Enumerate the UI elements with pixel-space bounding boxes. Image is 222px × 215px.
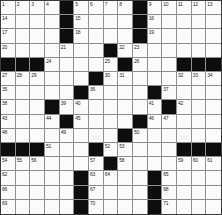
cell-r12c12[interactable] [162, 157, 177, 171]
cell-r11c11[interactable] [148, 143, 163, 157]
cell-r3c15[interactable] [206, 29, 221, 43]
cell-r3c9[interactable] [118, 29, 133, 43]
cell-number: 40 [75, 100, 80, 106]
cell-r2c6[interactable]: 15 [74, 15, 89, 29]
cell-r1c1[interactable]: 1 [1, 1, 16, 15]
cell-r11c15-block [206, 143, 221, 157]
cell-r8c4-block [45, 100, 60, 114]
cell-number: 34 [207, 72, 212, 78]
cell-r1c14[interactable]: 12 [192, 1, 207, 15]
cell-r3c12[interactable] [162, 29, 177, 43]
cell-r10c1[interactable]: 48 [1, 129, 16, 143]
cell-r8c2[interactable] [16, 100, 31, 114]
cell-number: 32 [178, 72, 183, 78]
cell-r12c14[interactable]: 60 [192, 157, 207, 171]
cell-r3c13[interactable] [177, 29, 192, 43]
cell-r14c6-block [74, 186, 89, 200]
cell-r2c11[interactable]: 16 [148, 15, 163, 29]
cell-r8c8[interactable] [104, 100, 119, 114]
cell-r11c2-block [16, 143, 31, 157]
cell-r8c15[interactable] [206, 100, 221, 114]
cell-number: 43 [2, 115, 7, 121]
cell-r4c3[interactable] [30, 44, 45, 58]
cell-r3c6[interactable]: 18 [74, 29, 89, 43]
cell-r14c8[interactable] [104, 186, 119, 200]
cell-r15c6-block [74, 200, 89, 214]
cell-r9c7[interactable] [89, 115, 104, 129]
cell-r9c8[interactable] [104, 115, 119, 129]
cell-r14c9[interactable] [118, 186, 133, 200]
cell-r11c3-block [30, 143, 45, 157]
cell-r14c14[interactable] [192, 186, 207, 200]
cell-r4c6[interactable] [74, 44, 89, 58]
cell-r7c13[interactable] [177, 86, 192, 100]
cell-number: 3 [31, 1, 33, 7]
cell-number: 8 [119, 1, 121, 7]
cell-number: 15 [75, 15, 80, 21]
cell-number: 46 [149, 115, 154, 121]
cell-r2c5-block [60, 15, 75, 29]
cell-r13c2[interactable] [16, 171, 31, 185]
cell-r15c10[interactable] [133, 200, 148, 214]
cell-r15c12[interactable]: 71 [162, 200, 177, 214]
cell-r6c1[interactable]: 27 [1, 72, 16, 86]
cell-r15c15[interactable] [206, 200, 221, 214]
cell-r10c6[interactable] [74, 129, 89, 143]
cell-number: 33 [193, 72, 198, 78]
cell-r10c7[interactable] [89, 129, 104, 143]
cell-r1c9[interactable]: 8 [118, 1, 133, 15]
cell-r10c14[interactable] [192, 129, 207, 143]
cell-r1c12[interactable]: 10 [162, 1, 177, 15]
cell-r2c12[interactable] [162, 15, 177, 29]
cell-number: 71 [163, 200, 168, 206]
cell-r8c7[interactable] [89, 100, 104, 114]
cell-r8c3[interactable] [30, 100, 45, 114]
cell-number: 55 [17, 157, 22, 163]
cell-r2c7[interactable] [89, 15, 104, 29]
cell-r15c5[interactable] [60, 200, 75, 214]
cell-number: 64 [105, 171, 110, 177]
cell-number: 52 [105, 143, 110, 149]
cell-r8c14[interactable] [192, 100, 207, 114]
cell-number: 62 [2, 171, 7, 177]
cell-r9c10-block [133, 115, 148, 129]
cell-r15c8[interactable] [104, 200, 119, 214]
crossword-puzzle: 1234567891011121314151617181920212223242… [0, 0, 222, 215]
cell-number: 63 [90, 171, 95, 177]
cell-r4c4[interactable] [45, 44, 60, 58]
cell-r14c11-block [148, 186, 163, 200]
cell-r9c3[interactable] [30, 115, 45, 129]
cell-r13c10[interactable] [133, 171, 148, 185]
cell-r3c10-block [133, 29, 148, 43]
cell-r12c7[interactable]: 57 [89, 157, 104, 171]
cell-r15c3[interactable] [30, 200, 45, 214]
cell-r12c4[interactable] [45, 157, 60, 171]
cell-r9c4[interactable]: 44 [45, 115, 60, 129]
cell-r14c1[interactable]: 66 [1, 186, 16, 200]
cell-r3c8[interactable] [104, 29, 119, 43]
cell-r7c7[interactable]: 36 [89, 86, 104, 100]
cell-r2c3[interactable] [30, 15, 45, 29]
cell-number: 21 [61, 44, 66, 50]
cell-r1c3[interactable]: 3 [30, 1, 45, 15]
cell-r14c4[interactable] [45, 186, 60, 200]
cell-r12c9[interactable]: 58 [118, 157, 133, 171]
cell-r3c7[interactable] [89, 29, 104, 43]
cell-r11c10[interactable] [133, 143, 148, 157]
cell-number: 68 [163, 186, 168, 192]
cell-r13c8[interactable]: 64 [104, 171, 119, 185]
cell-r10c5[interactable]: 49 [60, 129, 75, 143]
cell-r10c8[interactable] [104, 129, 119, 143]
cell-number: 47 [163, 115, 168, 121]
cell-r9c12[interactable]: 47 [162, 115, 177, 129]
cell-r2c2[interactable] [16, 15, 31, 29]
cell-r5c11[interactable] [148, 58, 163, 72]
cell-r1c10-block [133, 1, 148, 15]
cell-r1c11[interactable]: 9 [148, 1, 163, 15]
cell-r8c12-block [162, 100, 177, 114]
cell-r12c2[interactable]: 55 [16, 157, 31, 171]
cell-r2c13[interactable] [177, 15, 192, 29]
cell-r5c4[interactable]: 24 [45, 58, 60, 72]
cell-r8c11[interactable]: 41 [148, 100, 163, 114]
cell-number: 14 [2, 15, 7, 21]
cell-r13c12[interactable]: 65 [162, 171, 177, 185]
cell-number: 35 [2, 86, 7, 92]
cell-number: 50 [134, 129, 139, 135]
cell-r13c14[interactable] [192, 171, 207, 185]
cell-number: 17 [2, 29, 7, 35]
cell-number: 59 [178, 157, 183, 163]
cell-r14c7[interactable]: 67 [89, 186, 104, 200]
cell-number: 9 [149, 1, 151, 7]
cell-r3c11[interactable]: 19 [148, 29, 163, 43]
cell-r9c9[interactable] [118, 115, 133, 129]
cell-r15c2[interactable] [16, 200, 31, 214]
cell-r4c5[interactable]: 21 [60, 44, 75, 58]
cell-r5c13-block [177, 58, 192, 72]
cell-r5c12[interactable] [162, 58, 177, 72]
cell-r5c7[interactable] [89, 58, 104, 72]
cell-number: 70 [90, 200, 95, 206]
cell-r10c2[interactable] [16, 129, 31, 143]
cell-r6c9[interactable]: 31 [118, 72, 133, 86]
cell-number: 2 [17, 1, 19, 7]
cell-r7c6-block [74, 86, 89, 100]
cell-r2c1[interactable]: 14 [1, 15, 16, 29]
cell-r15c9[interactable] [118, 200, 133, 214]
cell-number: 31 [119, 72, 124, 78]
cell-r7c10[interactable] [133, 86, 148, 100]
cell-number: 69 [2, 200, 7, 206]
cell-r9c14[interactable] [192, 115, 207, 129]
cell-r5c8[interactable]: 25 [104, 58, 119, 72]
cell-number: 20 [2, 44, 7, 50]
cell-r5c15-block [206, 58, 221, 72]
cell-r12c15[interactable]: 61 [206, 157, 221, 171]
cell-number: 48 [2, 129, 7, 135]
cell-r12c8-block [104, 157, 119, 171]
cell-r9c15[interactable] [206, 115, 221, 129]
cell-r1c6[interactable]: 5 [74, 1, 89, 15]
cell-r7c4[interactable] [45, 86, 60, 100]
cell-r11c12[interactable] [162, 143, 177, 157]
cell-number: 51 [46, 143, 51, 149]
cell-number: 36 [90, 86, 95, 92]
cell-r11c13-block [177, 143, 192, 157]
cell-r15c11-block [148, 200, 163, 214]
cell-r4c2[interactable] [16, 44, 31, 58]
cell-r4c11[interactable] [148, 44, 163, 58]
cell-r7c3[interactable] [30, 86, 45, 100]
cell-r7c1[interactable]: 35 [1, 86, 16, 100]
cell-r3c3[interactable] [30, 29, 45, 43]
cell-r1c7[interactable]: 6 [89, 1, 104, 15]
cell-r4c7[interactable] [89, 44, 104, 58]
cell-r1c5-block [60, 1, 75, 15]
cell-number: 65 [163, 171, 168, 177]
cell-r14c13[interactable] [177, 186, 192, 200]
cell-number: 29 [31, 72, 36, 78]
cell-r15c13[interactable] [177, 200, 192, 214]
cell-r3c1[interactable]: 17 [1, 29, 16, 43]
cell-r4c9[interactable]: 22 [118, 44, 133, 58]
cell-r15c1[interactable]: 69 [1, 200, 16, 214]
cell-r12c5[interactable] [60, 157, 75, 171]
cell-r14c2[interactable] [16, 186, 31, 200]
cell-r5c10[interactable]: 26 [133, 58, 148, 72]
cell-r6c12[interactable] [162, 72, 177, 86]
cell-r6c3[interactable]: 29 [30, 72, 45, 86]
cell-r12c1[interactable]: 54 [1, 157, 16, 171]
cell-number: 41 [149, 100, 154, 106]
cell-r10c3[interactable] [30, 129, 45, 143]
cell-r11c8[interactable]: 52 [104, 143, 119, 157]
cell-r6c11[interactable] [148, 72, 163, 86]
cell-r14c10[interactable] [133, 186, 148, 200]
cell-r13c4[interactable] [45, 171, 60, 185]
cell-number: 11 [178, 1, 183, 7]
cell-r2c10-block [133, 15, 148, 29]
cell-r12c11[interactable] [148, 157, 163, 171]
cell-r6c13[interactable]: 32 [177, 72, 192, 86]
cell-number: 12 [193, 1, 198, 7]
cell-number: 4 [46, 1, 48, 7]
cell-r14c5[interactable] [60, 186, 75, 200]
cell-r9c2[interactable] [16, 115, 31, 129]
cell-r6c5[interactable] [60, 72, 75, 86]
cell-r8c6[interactable]: 40 [74, 100, 89, 114]
cell-r15c7[interactable]: 70 [89, 200, 104, 214]
cell-r1c13[interactable]: 11 [177, 1, 192, 15]
cell-number: 24 [46, 58, 51, 64]
cell-number: 18 [75, 29, 80, 35]
cell-r3c14[interactable] [192, 29, 207, 43]
cell-number: 61 [207, 157, 212, 163]
cell-r5c5[interactable] [60, 58, 75, 72]
cell-number: 54 [2, 157, 7, 163]
cell-r13c15[interactable] [206, 171, 221, 185]
cell-r10c10[interactable]: 50 [133, 129, 148, 143]
cell-r13c13[interactable] [177, 171, 192, 185]
cell-r10c15[interactable] [206, 129, 221, 143]
cell-r11c7-block [89, 143, 104, 157]
cell-r7c15[interactable] [206, 86, 221, 100]
cell-number: 60 [193, 157, 198, 163]
cell-number: 39 [61, 100, 66, 106]
cell-number: 6 [90, 1, 92, 7]
cell-r10c12[interactable] [162, 129, 177, 143]
cell-r12c13[interactable]: 59 [177, 157, 192, 171]
cell-number: 23 [134, 44, 139, 50]
cell-number: 42 [178, 100, 183, 106]
cell-number: 67 [90, 186, 95, 192]
cell-r7c8[interactable] [104, 86, 119, 100]
cell-r4c8-block [104, 44, 119, 58]
cell-r7c11-block [148, 86, 163, 100]
cell-r5c9-block [118, 58, 133, 72]
cell-r1c15[interactable]: 13 [206, 1, 221, 15]
cell-number: 13 [207, 1, 212, 7]
cell-number: 45 [75, 115, 80, 121]
cell-number: 56 [31, 157, 36, 163]
cell-r4c13[interactable] [177, 44, 192, 58]
cell-r4c1[interactable]: 20 [1, 44, 16, 58]
cell-number: 53 [119, 143, 124, 149]
cell-number: 44 [46, 115, 51, 121]
cell-r4c12[interactable] [162, 44, 177, 58]
cell-r9c13[interactable] [177, 115, 192, 129]
cell-r8c13[interactable]: 42 [177, 100, 192, 114]
cell-r6c8[interactable]: 30 [104, 72, 119, 86]
cell-r13c6-block [74, 171, 89, 185]
cell-number: 37 [163, 86, 168, 92]
cell-r13c7[interactable]: 63 [89, 171, 104, 185]
cell-r14c3[interactable] [30, 186, 45, 200]
cell-number: 49 [61, 129, 66, 135]
cell-r13c3[interactable] [30, 171, 45, 185]
cell-r3c5-block [60, 29, 75, 43]
crossword-grid: 1234567891011121314151617181920212223242… [0, 0, 222, 215]
cell-number: 5 [75, 1, 77, 7]
cell-number: 22 [119, 44, 124, 50]
cell-r9c11[interactable]: 46 [148, 115, 163, 129]
cell-r6c4[interactable] [45, 72, 60, 86]
cell-number: 25 [105, 58, 110, 64]
cell-number: 16 [149, 15, 154, 21]
cell-r5c14-block [192, 58, 207, 72]
cell-r9c1[interactable]: 43 [1, 115, 16, 129]
cell-r11c14-block [192, 143, 207, 157]
cell-r6c7-block [89, 72, 104, 86]
cell-r2c9[interactable] [118, 15, 133, 29]
cell-r13c9[interactable] [118, 171, 133, 185]
cell-number: 66 [2, 186, 7, 192]
cell-r9c5-block [60, 115, 75, 129]
cell-r10c11[interactable] [148, 129, 163, 143]
cell-r13c5[interactable] [60, 171, 75, 185]
cell-r7c5[interactable] [60, 86, 75, 100]
cell-r8c1[interactable]: 38 [1, 100, 16, 114]
cell-r8c9[interactable] [118, 100, 133, 114]
cell-r2c8[interactable] [104, 15, 119, 29]
cell-number: 7 [105, 1, 107, 7]
cell-r7c9[interactable] [118, 86, 133, 100]
cell-number: 19 [149, 29, 154, 35]
cell-r6c15[interactable]: 34 [206, 72, 221, 86]
cell-r2c14[interactable] [192, 15, 207, 29]
cell-r10c13[interactable] [177, 129, 192, 143]
cell-number: 1 [2, 1, 4, 7]
cell-r3c4[interactable] [45, 29, 60, 43]
cell-r3c2[interactable] [16, 29, 31, 43]
cell-r6c2[interactable]: 28 [16, 72, 31, 86]
cell-r5c1-block [1, 58, 16, 72]
cell-r11c9[interactable]: 53 [118, 143, 133, 157]
cell-number: 27 [2, 72, 7, 78]
cell-r7c12[interactable]: 37 [162, 86, 177, 100]
cell-r2c4[interactable] [45, 15, 60, 29]
cell-r12c6[interactable] [74, 157, 89, 171]
cell-r6c6[interactable] [74, 72, 89, 86]
cell-r13c11-block [148, 171, 163, 185]
cell-r4c10[interactable]: 23 [133, 44, 148, 58]
cell-r7c14[interactable] [192, 86, 207, 100]
cell-r13c1[interactable]: 62 [1, 171, 16, 185]
cell-number: 30 [105, 72, 110, 78]
cell-r4c14[interactable] [192, 44, 207, 58]
cell-r15c14[interactable] [192, 200, 207, 214]
cell-number: 58 [119, 157, 124, 163]
cell-r2c15[interactable] [206, 15, 221, 29]
cell-number: 38 [2, 100, 7, 106]
cell-r10c9-block [118, 129, 133, 143]
cell-r8c10[interactable] [133, 100, 148, 114]
cell-r6c14[interactable]: 33 [192, 72, 207, 86]
cell-number: 57 [90, 157, 95, 163]
cell-r5c3-block [30, 58, 45, 72]
cell-r10c4[interactable] [45, 129, 60, 143]
cell-r14c15[interactable] [206, 186, 221, 200]
cell-r6c10[interactable] [133, 72, 148, 86]
cell-r5c6[interactable] [74, 58, 89, 72]
cell-r1c8[interactable]: 7 [104, 1, 119, 15]
cell-r8c5[interactable]: 39 [60, 100, 75, 114]
cell-r11c1-block [1, 143, 16, 157]
cell-number: 28 [17, 72, 22, 78]
cell-number: 26 [134, 58, 139, 64]
cell-r1c4[interactable]: 4 [45, 1, 60, 15]
cell-r11c5[interactable] [60, 143, 75, 157]
cell-number: 10 [163, 1, 168, 7]
cell-r4c15[interactable] [206, 44, 221, 58]
cell-r12c10[interactable] [133, 157, 148, 171]
cell-r7c2[interactable] [16, 86, 31, 100]
cell-r1c2[interactable]: 2 [16, 1, 31, 15]
cell-r5c2-block [16, 58, 31, 72]
cell-r9c6[interactable]: 45 [74, 115, 89, 129]
cell-r14c12[interactable]: 68 [162, 186, 177, 200]
cell-r12c3[interactable]: 56 [30, 157, 45, 171]
cell-r15c4[interactable] [45, 200, 60, 214]
cell-r11c6[interactable] [74, 143, 89, 157]
cell-r11c4[interactable]: 51 [45, 143, 60, 157]
